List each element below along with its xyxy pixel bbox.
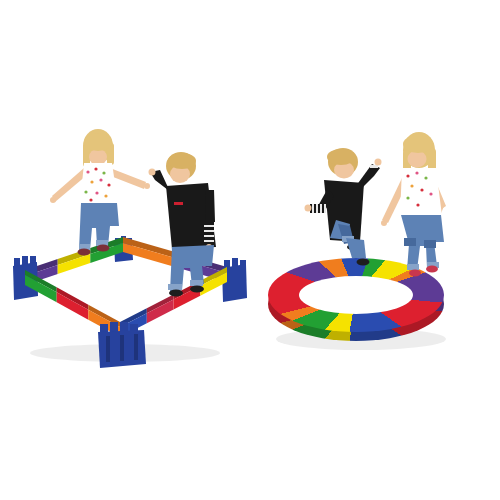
hand: [305, 205, 312, 212]
knee-patch: [404, 238, 416, 246]
polka-dot-top: [80, 163, 118, 204]
face: [89, 149, 107, 165]
beam-back-left: [25, 237, 123, 285]
striped-forearm: [310, 204, 326, 213]
hand: [144, 183, 150, 189]
hair-fringe: [168, 153, 196, 169]
child-girl-left: [50, 129, 150, 256]
shoe: [409, 270, 421, 277]
hair-fringe: [403, 135, 433, 153]
shoe: [357, 259, 370, 266]
corner-connector-bottom: [98, 322, 146, 368]
polka-dot-top: [400, 168, 442, 216]
sleeve-stripe: [370, 165, 378, 168]
shirt-graphic: [174, 202, 183, 205]
shoe: [426, 266, 438, 273]
jean-cuff: [407, 264, 419, 270]
hand: [149, 169, 156, 176]
shoe: [97, 245, 110, 252]
scene-overlay: [0, 0, 500, 500]
child-boy-right: [305, 148, 382, 266]
shoe: [190, 286, 204, 293]
standing-leg: [346, 238, 366, 258]
hand: [50, 197, 56, 203]
shoe: [78, 249, 91, 256]
hand: [381, 220, 387, 226]
jean-cuff: [190, 280, 203, 286]
jean-cuff: [168, 284, 182, 290]
knee-patch: [424, 240, 436, 248]
sleeve: [205, 190, 215, 222]
striped-forearm: [204, 222, 214, 244]
shoe: [169, 290, 183, 297]
child-girl-right: [381, 132, 446, 277]
face: [408, 151, 427, 168]
hair-fringe: [327, 149, 355, 165]
hand: [375, 159, 382, 166]
product-photo: [0, 0, 500, 500]
hair-fringe: [84, 133, 112, 151]
